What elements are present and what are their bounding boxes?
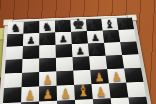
square-d5[interactable] <box>56 57 73 71</box>
black-pawn[interactable]: ♟ <box>75 34 84 44</box>
square-f5[interactable] <box>89 56 107 70</box>
white-pawn[interactable]: ♟ <box>43 88 53 101</box>
white-pawn[interactable]: ♟ <box>25 89 35 102</box>
black-knight[interactable]: ♞ <box>10 22 21 34</box>
square-c6[interactable] <box>39 45 56 59</box>
square-g3[interactable] <box>109 83 129 99</box>
square-d6[interactable] <box>55 44 72 58</box>
square-c4[interactable]: ♟ <box>39 71 57 86</box>
white-pawn[interactable]: ♟ <box>94 72 105 84</box>
square-b8[interactable]: ♜ <box>23 21 39 33</box>
black-pawn[interactable]: ♟ <box>91 33 100 43</box>
black-queen[interactable]: ♛ <box>57 19 69 33</box>
black-king[interactable]: ♚ <box>72 17 86 31</box>
square-b2[interactable] <box>21 102 40 104</box>
square-e6[interactable]: ♟ <box>72 43 89 57</box>
square-b3[interactable]: ♟ <box>21 86 39 102</box>
square-e3[interactable]: ♝ <box>74 84 93 100</box>
square-b5[interactable] <box>22 58 39 72</box>
square-e8[interactable]: ♚ <box>70 19 86 31</box>
square-h3[interactable] <box>126 82 146 98</box>
board-grid: ♞♜♞♛♚♝♝♜♟♟♟♟♟♟♟♟♟♟♟♟♟♟♝♟ <box>1 18 152 104</box>
white-pawn[interactable]: ♟ <box>60 87 71 100</box>
black-bishop[interactable]: ♝ <box>88 19 99 31</box>
square-h5[interactable] <box>122 54 141 68</box>
square-a4[interactable] <box>4 73 22 88</box>
square-a5[interactable] <box>5 59 23 73</box>
black-pawn[interactable]: ♟ <box>59 35 68 45</box>
square-b4[interactable] <box>22 72 40 87</box>
square-a6[interactable] <box>6 46 23 60</box>
white-pawn[interactable]: ♟ <box>95 86 106 99</box>
black-bishop[interactable]: ♝ <box>104 19 116 31</box>
square-d2[interactable] <box>57 100 76 104</box>
square-f7[interactable]: ♟ <box>87 30 104 43</box>
white-pawn[interactable]: ♟ <box>43 74 53 86</box>
square-a3[interactable] <box>3 87 22 103</box>
square-d3[interactable]: ♟ <box>57 85 75 101</box>
square-h7[interactable] <box>118 29 136 42</box>
square-d7[interactable]: ♟ <box>55 32 72 45</box>
square-f6[interactable]: ♟ <box>88 43 106 57</box>
square-h8[interactable]: ♜ <box>117 18 134 30</box>
square-a8[interactable]: ♞ <box>7 22 23 35</box>
square-c5[interactable] <box>39 58 56 72</box>
square-g6[interactable] <box>104 42 122 56</box>
square-h2[interactable] <box>128 97 149 104</box>
square-b7[interactable]: ♟ <box>23 33 39 46</box>
black-pawn[interactable]: ♟ <box>76 47 85 57</box>
square-g8[interactable]: ♝ <box>101 18 118 30</box>
square-c2[interactable] <box>39 101 57 104</box>
square-g7[interactable]: ♟ <box>103 30 121 43</box>
black-pawn[interactable]: ♟ <box>92 46 102 56</box>
square-e7[interactable]: ♟ <box>71 31 88 44</box>
square-d8[interactable]: ♛ <box>55 20 71 32</box>
square-g5[interactable] <box>106 55 124 69</box>
square-c7[interactable]: ♟ <box>39 32 55 45</box>
chess-board[interactable]: ♞♜♞♛♚♝♝♜♟♟♟♟♟♟♟♟♟♟♟♟♟♟♝♟ <box>0 15 156 104</box>
square-a2[interactable] <box>2 102 21 104</box>
square-a7[interactable] <box>7 34 24 47</box>
black-rook[interactable]: ♜ <box>120 20 130 30</box>
photo-stage: ♞♜♞♛♚♝♝♜♟♟♟♟♟♟♟♟♟♟♟♟♟♟♝♟ <box>0 0 156 104</box>
square-f3[interactable]: ♟ <box>91 83 110 99</box>
white-pawn[interactable]: ♟ <box>111 71 122 83</box>
square-h6[interactable] <box>120 41 138 55</box>
black-knight[interactable]: ♞ <box>42 21 53 33</box>
chess-board-wrapper: ♞♜♞♛♚♝♝♜♟♟♟♟♟♟♟♟♟♟♟♟♟♟♝♟ <box>0 0 156 104</box>
square-f4[interactable]: ♟ <box>90 69 109 84</box>
square-b6[interactable] <box>22 45 39 59</box>
square-c3[interactable]: ♟ <box>39 86 57 102</box>
square-h4[interactable] <box>124 68 143 83</box>
square-f2[interactable] <box>93 98 113 104</box>
square-d4[interactable] <box>56 71 74 86</box>
white-bishop[interactable]: ♝ <box>77 84 91 100</box>
square-g4[interactable]: ♟ <box>107 68 126 83</box>
black-pawn[interactable]: ♟ <box>107 33 117 43</box>
black-pawn[interactable]: ♟ <box>27 36 36 46</box>
square-e5[interactable] <box>72 56 90 70</box>
square-f8[interactable]: ♝ <box>86 19 103 31</box>
square-e2[interactable] <box>75 99 94 104</box>
black-pawn[interactable]: ♟ <box>43 35 51 45</box>
square-c8[interactable]: ♞ <box>39 21 55 33</box>
black-rook[interactable]: ♜ <box>27 23 36 33</box>
